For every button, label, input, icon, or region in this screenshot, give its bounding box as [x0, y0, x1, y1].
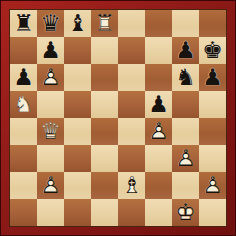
square-a4[interactable]	[10, 118, 37, 145]
piece-white-knight-a5[interactable]: ♞♘	[10, 91, 37, 118]
piece-outline-glyph: ♙	[199, 172, 226, 198]
square-e6[interactable]	[118, 64, 145, 91]
square-a1[interactable]	[10, 199, 37, 226]
square-d7[interactable]	[91, 37, 118, 64]
square-g7[interactable]: ♟	[172, 37, 199, 64]
piece-white-king-g1[interactable]: ♚♔	[172, 199, 199, 226]
square-b7[interactable]: ♟	[37, 37, 64, 64]
piece-fill-glyph: ♞	[172, 64, 199, 90]
piece-black-king-h7[interactable]: ♚	[199, 37, 226, 64]
square-a8[interactable]: ♜	[10, 10, 37, 37]
square-a3[interactable]	[10, 145, 37, 172]
piece-black-knight-g6[interactable]: ♞	[172, 64, 199, 91]
square-e8[interactable]	[118, 10, 145, 37]
square-f1[interactable]	[145, 199, 172, 226]
piece-fill-glyph: ♟	[37, 37, 64, 63]
square-a7[interactable]	[10, 37, 37, 64]
square-d5[interactable]	[91, 91, 118, 118]
square-c1[interactable]	[64, 199, 91, 226]
square-d4[interactable]	[91, 118, 118, 145]
piece-outline-glyph: ♕	[37, 118, 64, 144]
square-a2[interactable]	[10, 172, 37, 199]
piece-white-pawn-b6[interactable]: ♟♙	[37, 64, 64, 91]
piece-white-bishop-e2[interactable]: ♝♗	[118, 172, 145, 199]
square-h2[interactable]: ♟♙	[199, 172, 226, 199]
square-a5[interactable]: ♞♘	[10, 91, 37, 118]
square-g1[interactable]: ♚♔	[172, 199, 199, 226]
square-g2[interactable]	[172, 172, 199, 199]
square-e1[interactable]	[118, 199, 145, 226]
square-e3[interactable]	[118, 145, 145, 172]
square-b2[interactable]: ♟♙	[37, 172, 64, 199]
piece-outline-glyph: ♙	[145, 118, 172, 144]
piece-fill-glyph: ♟	[199, 64, 226, 90]
chess-board-frame: ♜♛♝♜♖♟♟♚♟♟♙♞♟♞♘♟♛♕♟♙♟♙♟♙♝♗♟♙♚♔	[0, 0, 236, 236]
square-h3[interactable]	[199, 145, 226, 172]
square-b3[interactable]	[37, 145, 64, 172]
piece-fill-glyph: ♟	[172, 37, 199, 63]
piece-white-pawn-b2[interactable]: ♟♙	[37, 172, 64, 199]
square-g8[interactable]	[172, 10, 199, 37]
piece-white-pawn-g3[interactable]: ♟♙	[172, 145, 199, 172]
piece-white-pawn-h2[interactable]: ♟♙	[199, 172, 226, 199]
piece-black-pawn-f5[interactable]: ♟	[145, 91, 172, 118]
square-e5[interactable]	[118, 91, 145, 118]
square-g3[interactable]: ♟♙	[172, 145, 199, 172]
piece-black-pawn-a6[interactable]: ♟	[10, 64, 37, 91]
piece-fill-glyph: ♟	[10, 64, 37, 90]
piece-black-queen-b8[interactable]: ♛	[37, 10, 64, 37]
piece-fill-glyph: ♛	[37, 10, 64, 36]
square-b5[interactable]	[37, 91, 64, 118]
piece-black-pawn-b7[interactable]: ♟	[37, 37, 64, 64]
square-h7[interactable]: ♚	[199, 37, 226, 64]
square-b4[interactable]: ♛♕	[37, 118, 64, 145]
piece-black-rook-a8[interactable]: ♜	[10, 10, 37, 37]
square-c3[interactable]	[64, 145, 91, 172]
piece-outline-glyph: ♔	[172, 199, 199, 225]
piece-white-rook-d8[interactable]: ♜♖	[91, 10, 118, 37]
piece-outline-glyph: ♙	[172, 145, 199, 171]
piece-outline-glyph: ♙	[37, 64, 64, 90]
square-f3[interactable]	[145, 145, 172, 172]
piece-outline-glyph: ♗	[118, 172, 145, 198]
piece-white-pawn-f4[interactable]: ♟♙	[145, 118, 172, 145]
square-b8[interactable]: ♛	[37, 10, 64, 37]
square-e7[interactable]	[118, 37, 145, 64]
square-g5[interactable]	[172, 91, 199, 118]
square-g4[interactable]	[172, 118, 199, 145]
piece-white-queen-b4[interactable]: ♛♕	[37, 118, 64, 145]
square-b6[interactable]: ♟♙	[37, 64, 64, 91]
piece-black-pawn-g7[interactable]: ♟	[172, 37, 199, 64]
square-c4[interactable]	[64, 118, 91, 145]
square-c5[interactable]	[64, 91, 91, 118]
square-d8[interactable]: ♜♖	[91, 10, 118, 37]
piece-fill-glyph: ♝	[64, 10, 91, 36]
square-f5[interactable]: ♟	[145, 91, 172, 118]
chess-board: ♜♛♝♜♖♟♟♚♟♟♙♞♟♞♘♟♛♕♟♙♟♙♟♙♝♗♟♙♚♔	[10, 10, 226, 226]
square-b1[interactable]	[37, 199, 64, 226]
square-e4[interactable]	[118, 118, 145, 145]
square-c8[interactable]: ♝	[64, 10, 91, 37]
square-f7[interactable]	[145, 37, 172, 64]
square-g6[interactable]: ♞	[172, 64, 199, 91]
piece-black-pawn-h6[interactable]: ♟	[199, 64, 226, 91]
square-f8[interactable]	[145, 10, 172, 37]
square-h1[interactable]	[199, 199, 226, 226]
piece-outline-glyph: ♖	[91, 10, 118, 36]
piece-fill-glyph: ♟	[145, 91, 172, 117]
piece-fill-glyph: ♜	[10, 10, 37, 36]
square-d3[interactable]	[91, 145, 118, 172]
piece-outline-glyph: ♙	[37, 172, 64, 198]
square-h5[interactable]	[199, 91, 226, 118]
square-d2[interactable]	[91, 172, 118, 199]
square-f4[interactable]: ♟♙	[145, 118, 172, 145]
square-f6[interactable]	[145, 64, 172, 91]
square-d6[interactable]	[91, 64, 118, 91]
square-h4[interactable]	[199, 118, 226, 145]
square-c6[interactable]	[64, 64, 91, 91]
piece-black-bishop-c8[interactable]: ♝	[64, 10, 91, 37]
piece-fill-glyph: ♚	[199, 37, 226, 63]
square-h8[interactable]	[199, 10, 226, 37]
square-d1[interactable]	[91, 199, 118, 226]
square-a6[interactable]: ♟	[10, 64, 37, 91]
square-c2[interactable]	[64, 172, 91, 199]
piece-outline-glyph: ♘	[10, 91, 37, 117]
square-h6[interactable]: ♟	[199, 64, 226, 91]
square-f2[interactable]	[145, 172, 172, 199]
square-e2[interactable]: ♝♗	[118, 172, 145, 199]
square-c7[interactable]	[64, 37, 91, 64]
